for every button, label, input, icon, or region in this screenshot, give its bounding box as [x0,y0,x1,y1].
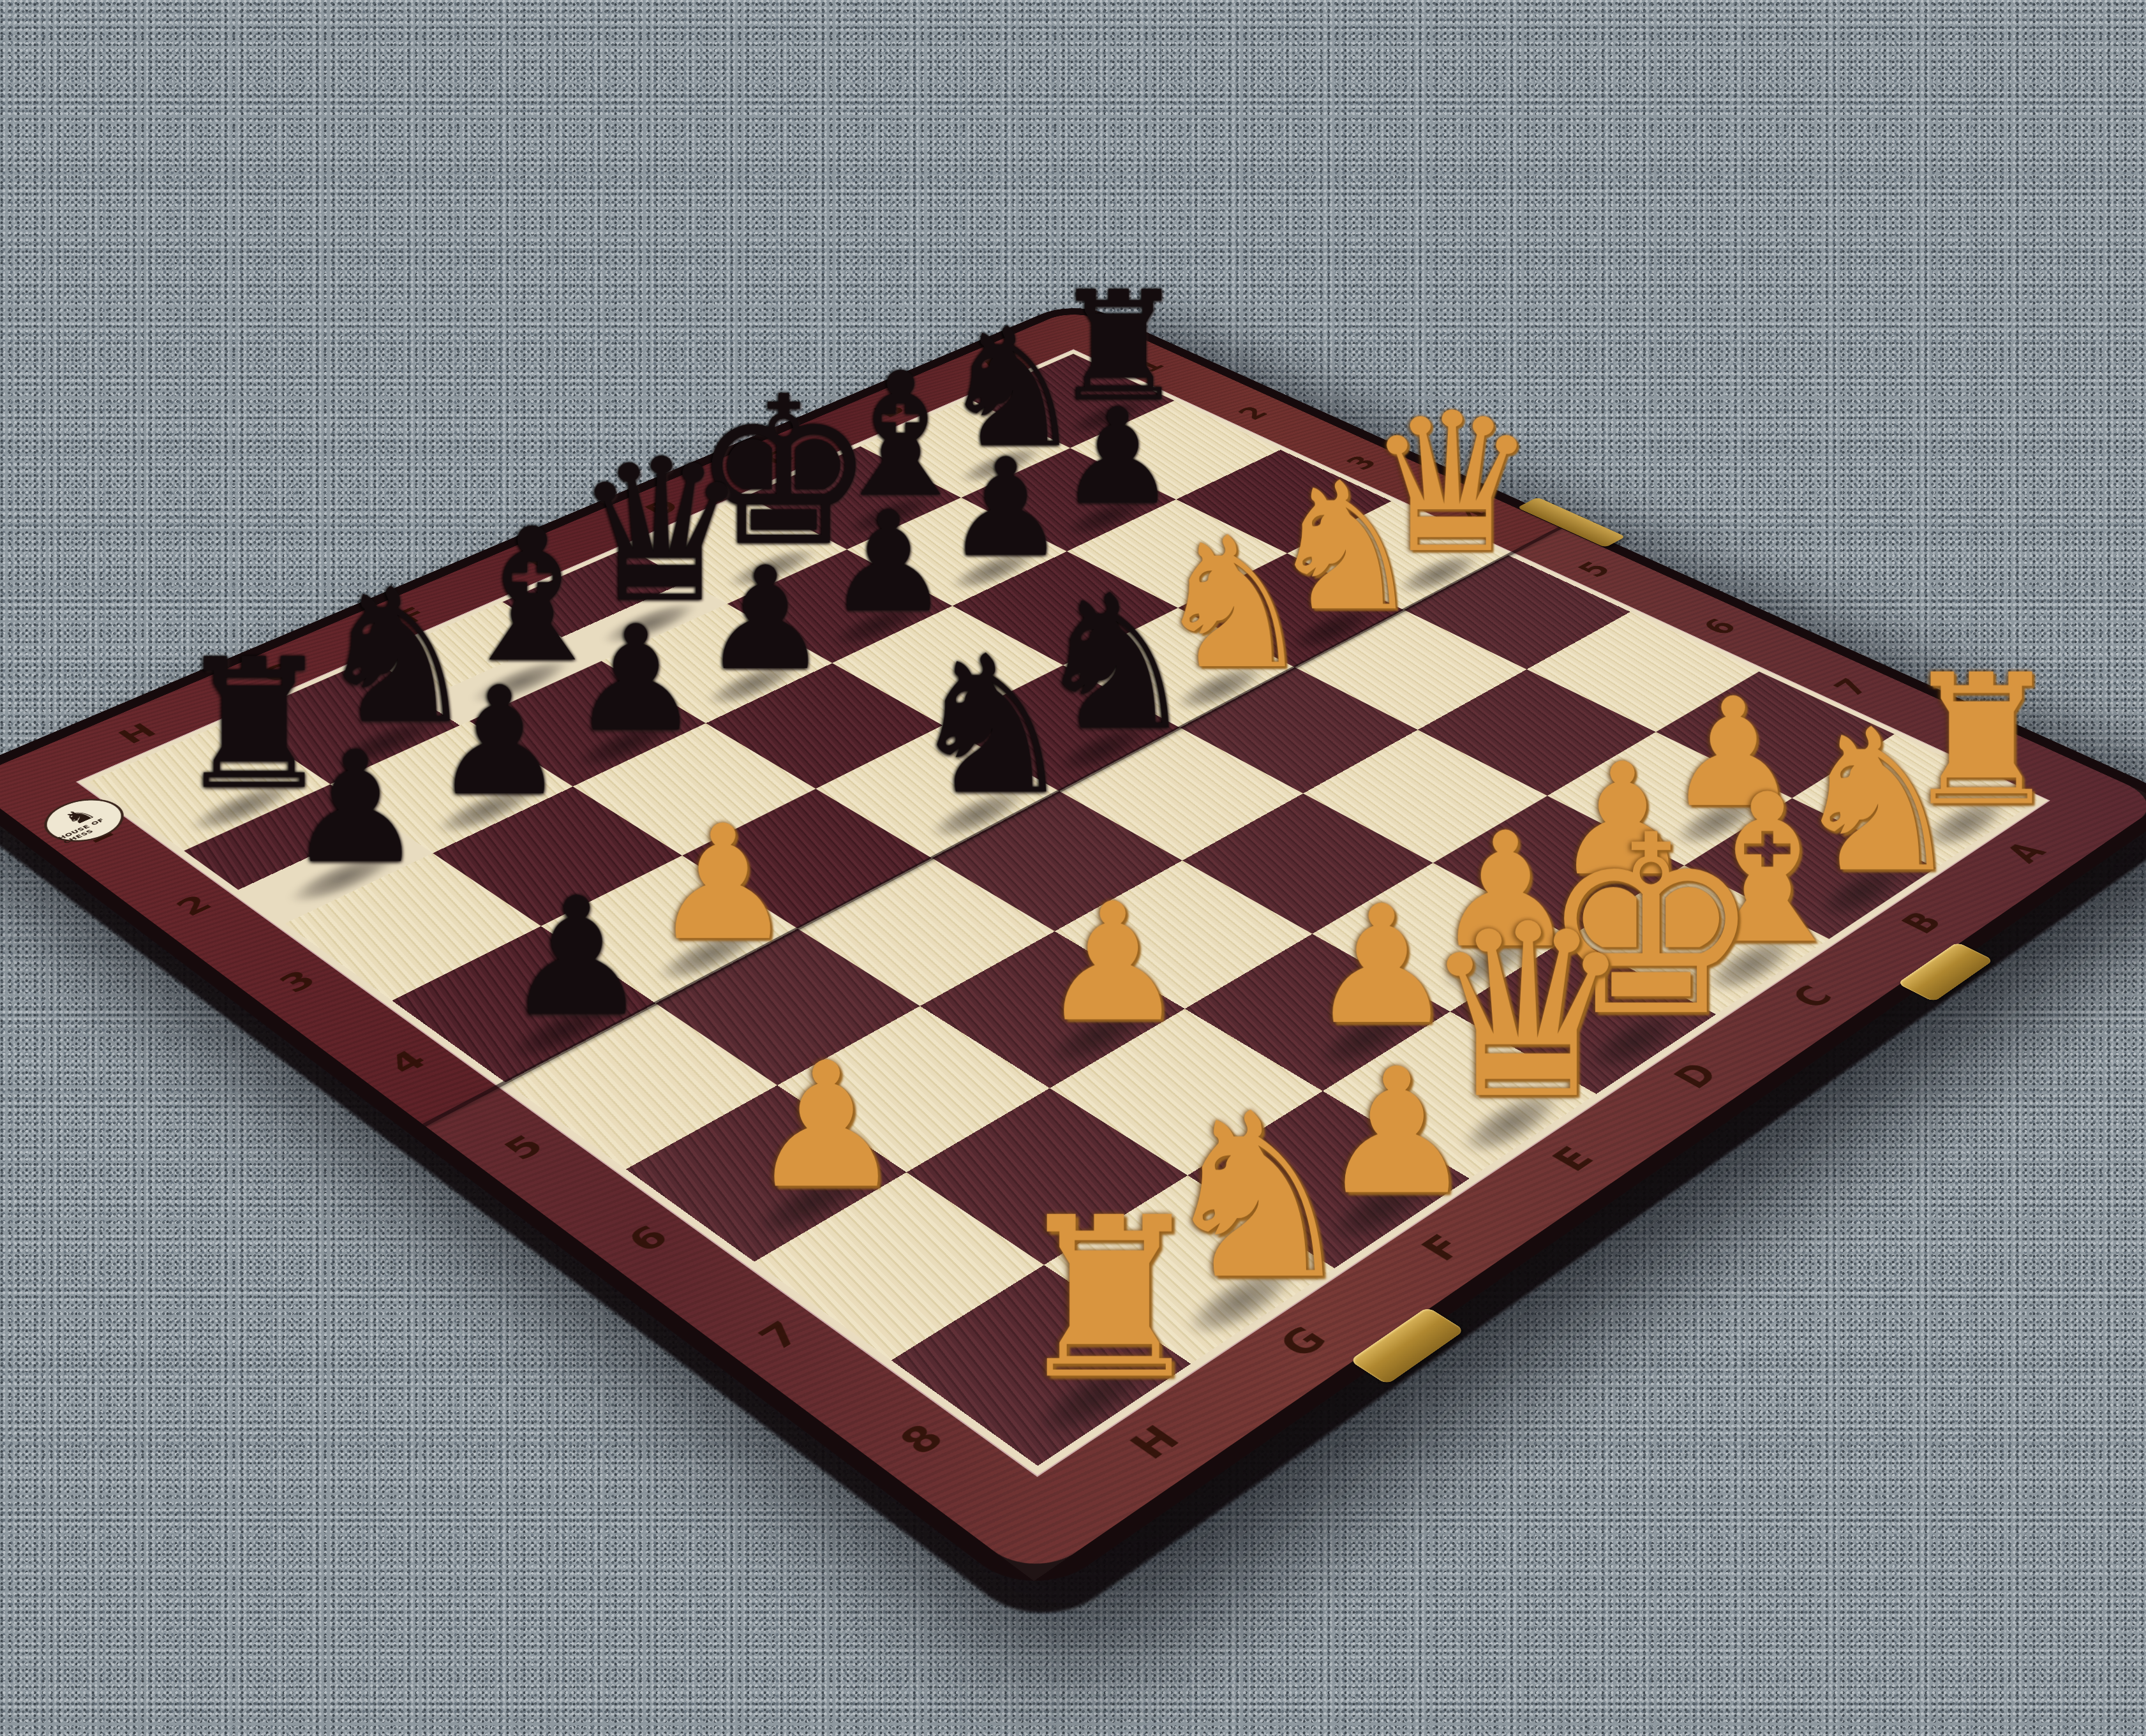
black-pawn-e2[interactable]: ♟ [702,548,830,690]
black-knight-e4[interactable]: ♞ [906,631,1077,822]
white-pawn-h6[interactable]: ♟ [749,1039,904,1212]
black-pawn-d2[interactable]: ♟ [826,493,951,632]
white-pawn-g4[interactable]: ♟ [652,804,794,962]
black-pawn-f2[interactable]: ♟ [570,606,701,752]
black-pawn-h4[interactable]: ♟ [504,876,650,1039]
white-rook-h8[interactable]: ♜ [1010,1188,1209,1409]
black-pawn-h2[interactable]: ♟ [287,731,425,885]
chess-board: ♜♞♝♛♚♝♞♜♟♟♟♟♟♟♟♟♟♞♞♞♞♛♟♟♟♟♟♟♜♞♟♛♚♝♞♜ HHG… [0,308,2146,1581]
black-pawn-g2[interactable]: ♟ [433,667,567,817]
white-pawn-f6[interactable]: ♟ [1039,882,1186,1045]
